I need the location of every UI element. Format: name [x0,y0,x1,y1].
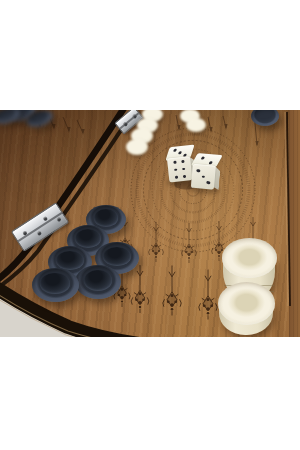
hinge-screw [37,231,43,237]
hinge-screw [56,217,62,223]
point-ornament [182,223,197,263]
die-pip [201,157,205,160]
die-pip [174,168,178,171]
die-pip [173,149,177,152]
die-pip [209,162,213,165]
checker-white [126,139,148,155]
checker-white-top [222,238,277,278]
checker-dark [75,265,121,299]
checker-dark [32,268,79,302]
die-pip [183,174,187,177]
die-pip [181,160,185,163]
checker-dome [75,229,101,248]
die-pip [201,175,205,178]
die-pip [173,161,177,164]
die-front-face [167,156,192,182]
checker-white-top [218,282,275,325]
checker-white [186,118,206,132]
point-ornament [131,265,149,313]
point-ornament [199,270,217,320]
die-pip [196,169,200,172]
checker-stack-white [218,282,275,335]
die-pip [174,175,178,178]
die-pip [182,167,186,170]
point-ornament [163,266,181,316]
checker-dome [103,247,130,266]
die-front-face [191,164,216,190]
die-pip [178,151,182,154]
backgammon-board-photo [0,110,300,337]
checker-dome [40,273,69,293]
page-background [0,0,300,450]
far-point-engraving [223,116,228,130]
checker-dome [84,270,113,290]
die-pip [206,181,210,184]
side-groove [285,112,290,306]
die [190,153,224,197]
checker-dome [94,209,119,226]
